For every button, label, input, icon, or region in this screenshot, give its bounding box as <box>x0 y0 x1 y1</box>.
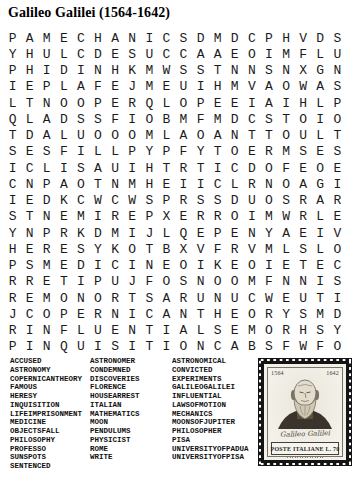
grid-cell: I <box>124 339 141 355</box>
grid-cell: I <box>192 176 209 192</box>
grid-cell: M <box>312 306 329 322</box>
grid-cell: R <box>295 209 312 225</box>
word-item: ACCUSED <box>10 357 82 366</box>
grid-cell: F <box>175 144 192 160</box>
grid-cell: A <box>260 95 277 111</box>
grid-cell: S <box>107 339 124 355</box>
grid-cell: P <box>38 79 55 95</box>
grid-cell: N <box>38 209 55 225</box>
grid-cell: P <box>141 209 158 225</box>
grid-cell: N <box>38 95 55 111</box>
grid-cell: S <box>89 111 106 127</box>
word-item: FAMOUS <box>10 383 82 392</box>
grid-cell: E <box>107 95 124 111</box>
grid-cell: R <box>329 193 346 209</box>
grid-cell: A <box>175 128 192 144</box>
grid-cell: W <box>295 339 312 355</box>
word-item: ASTRONOMY <box>10 366 82 375</box>
grid-cell: D <box>243 160 260 176</box>
grid-cell: Q <box>55 339 72 355</box>
grid-cell: S <box>209 193 226 209</box>
grid-cell: I <box>243 209 260 225</box>
grid-cell: C <box>4 176 21 192</box>
grid-cell: O <box>158 274 175 290</box>
grid-cell: L <box>89 144 106 160</box>
grid-cell: E <box>21 241 38 257</box>
grid-cell: T <box>141 339 158 355</box>
grid-cell: B <box>243 339 260 355</box>
grid-cell: N <box>175 306 192 322</box>
grid-cell: E <box>55 258 72 274</box>
grid-cell: O <box>329 339 346 355</box>
grid-cell: U <box>243 193 260 209</box>
grid-cell: S <box>329 144 346 160</box>
grid-cell: U <box>72 128 89 144</box>
grid-cell: P <box>124 144 141 160</box>
grid-cell: S <box>329 274 346 290</box>
grid-cell: S <box>192 193 209 209</box>
word-item: UNIVERSITYOFPISA <box>172 453 249 462</box>
grid-cell: O <box>38 306 55 322</box>
grid-cell: P <box>4 258 21 274</box>
grid-cell: L <box>55 128 72 144</box>
grid-cell: I <box>329 290 346 306</box>
grid-cell: J <box>124 79 141 95</box>
grid-cell: V <box>192 241 209 257</box>
grid-cell: Y <box>329 323 346 339</box>
grid-cell: A <box>278 225 295 241</box>
grid-cell: I <box>312 111 329 127</box>
grid-cell: T <box>192 160 209 176</box>
grid-cell: I <box>260 258 277 274</box>
grid-cell: E <box>175 209 192 225</box>
grid-cell: N <box>243 225 260 241</box>
grid-cell: E <box>107 323 124 339</box>
grid-cell: H <box>21 63 38 79</box>
grid-cell: I <box>243 95 260 111</box>
grid-cell: Y <box>260 225 277 241</box>
grid-cell: J <box>141 225 158 241</box>
grid-cell: D <box>72 258 89 274</box>
grid-cell: I <box>21 323 38 339</box>
grid-cell: D <box>226 193 243 209</box>
grid-cell: T <box>21 95 38 111</box>
grid-cell: P <box>260 30 277 46</box>
grid-cell: L <box>107 144 124 160</box>
grid-cell: L <box>312 241 329 257</box>
grid-cell: I <box>124 258 141 274</box>
grid-cell: T <box>141 323 158 339</box>
grid-cell: P <box>89 274 106 290</box>
grid-cell: O <box>278 128 295 144</box>
word-item: ROME <box>90 445 140 454</box>
grid-cell: H <box>89 30 106 46</box>
grid-cell: N <box>38 323 55 339</box>
grid-cell: E <box>21 144 38 160</box>
grid-cell: S <box>21 258 38 274</box>
word-item: PHYSICIST <box>90 436 140 445</box>
grid-cell: J <box>4 306 21 322</box>
grid-cell: A <box>72 79 89 95</box>
word-item: MOON <box>90 418 140 427</box>
grid-cell: M <box>38 30 55 46</box>
grid-cell: L <box>72 323 89 339</box>
grid-cell: R <box>124 95 141 111</box>
grid-cell: S <box>175 30 192 46</box>
grid-cell: P <box>38 225 55 241</box>
grid-cell: C <box>243 30 260 46</box>
grid-cell: W <box>124 193 141 209</box>
grid-cell: H <box>278 30 295 46</box>
grid-cell: R <box>175 160 192 176</box>
grid-cell: E <box>226 323 243 339</box>
worksheet: Galileo Galilei (1564-1642) PAMECHANICSD… <box>0 0 354 500</box>
grid-cell: S <box>4 144 21 160</box>
grid-cell: M <box>260 209 277 225</box>
grid-cell: H <box>4 241 21 257</box>
word-item: CONVICTED <box>172 366 249 375</box>
grid-cell: D <box>55 111 72 127</box>
grid-cell: C <box>158 46 175 62</box>
stamp-perforation-bottom <box>259 462 351 466</box>
grid-cell: P <box>158 193 175 209</box>
grid-cell: M <box>124 176 141 192</box>
grid-cell: O <box>209 274 226 290</box>
grid-cell: A <box>312 79 329 95</box>
grid-cell: E <box>226 95 243 111</box>
grid-cell: E <box>226 225 243 241</box>
grid-cell: E <box>295 225 312 241</box>
galileo-stamp: 1564 1642 Galileo Galilei POSTE ITALIANE… <box>258 358 352 466</box>
stamp-perforation-top <box>259 358 351 362</box>
word-item: MATHEMATICS <box>90 410 140 419</box>
word-item: DISCOVERIES <box>90 375 140 384</box>
grid-cell: X <box>295 63 312 79</box>
word-item: LAWSOFMOTION <box>172 401 249 410</box>
grid-cell: S <box>4 209 21 225</box>
grid-cell: T <box>192 306 209 322</box>
grid-cell: E <box>124 209 141 225</box>
grid-cell: O <box>72 176 89 192</box>
grid-cell: I <box>124 111 141 127</box>
grid-cell: A <box>89 160 106 176</box>
grid-cell: E <box>21 193 38 209</box>
grid-cell: O <box>312 160 329 176</box>
grid-cell: F <box>260 274 277 290</box>
grid-cell: M <box>38 258 55 274</box>
grid-cell: O <box>260 160 277 176</box>
grid-cell: L <box>312 95 329 111</box>
grid-cell: X <box>158 209 175 225</box>
grid-cell: S <box>72 160 89 176</box>
grid-cell: L <box>278 241 295 257</box>
grid-cell: E <box>209 95 226 111</box>
grid-cell: O <box>226 209 243 225</box>
grid-cell: D <box>89 225 106 241</box>
grid-cell: L <box>158 95 175 111</box>
grid-cell: S <box>175 63 192 79</box>
grid-cell: S <box>295 306 312 322</box>
grid-cell: P <box>55 306 72 322</box>
word-item: PISA <box>172 436 249 445</box>
grid-cell: E <box>226 46 243 62</box>
grid-cell: E <box>55 241 72 257</box>
word-item: EXPERIMENTS <box>172 375 249 384</box>
grid-cell: R <box>107 290 124 306</box>
grid-cell: O <box>72 95 89 111</box>
grid-cell: R <box>260 306 277 322</box>
grid-cell: C <box>209 339 226 355</box>
grid-cell: T <box>141 241 158 257</box>
grid-cell: V <box>243 241 260 257</box>
grid-cell: M <box>72 209 89 225</box>
grid-cell: S <box>141 193 158 209</box>
grid-cell: E <box>192 225 209 241</box>
grid-cell: I <box>4 160 21 176</box>
grid-cell: S <box>329 30 346 46</box>
grid-cell: D <box>21 128 38 144</box>
grid-cell: O <box>243 306 260 322</box>
grid-cell: I <box>192 258 209 274</box>
grid-cell: S <box>312 323 329 339</box>
grid-cell: R <box>107 209 124 225</box>
grid-cell: U <box>192 290 209 306</box>
grid-cell: N <box>278 274 295 290</box>
grid-cell: O <box>175 95 192 111</box>
grid-cell: U <box>329 46 346 62</box>
grid-cell: S <box>124 46 141 62</box>
grid-cell: N <box>295 274 312 290</box>
grid-cell: T <box>260 128 277 144</box>
word-item: UNIVERSITYOFPADUA <box>172 445 249 454</box>
grid-cell: M <box>260 241 277 257</box>
grid-cell: S <box>329 79 346 95</box>
grid-cell: O <box>295 111 312 127</box>
grid-cell: R <box>295 193 312 209</box>
grid-cell: V <box>243 79 260 95</box>
word-item: HOUSEARREST <box>90 392 140 401</box>
word-item: WRITE <box>90 453 140 462</box>
grid-cell: L <box>4 95 21 111</box>
grid-cell: W <box>89 193 106 209</box>
grid-cell: E <box>107 46 124 62</box>
grid-cell: C <box>329 258 346 274</box>
grid-cell: K <box>124 63 141 79</box>
grid-cell: S <box>260 339 277 355</box>
grid-cell: Y <box>192 144 209 160</box>
grid-cell: H <box>295 323 312 339</box>
grid-cell: R <box>226 241 243 257</box>
grid-cell: C <box>72 193 89 209</box>
grid-cell: U <box>175 79 192 95</box>
grid-cell: E <box>72 306 89 322</box>
word-item: OBJECTSFALL <box>10 427 82 436</box>
grid-cell: T <box>4 128 21 144</box>
grid-cell: A <box>175 323 192 339</box>
grid-cell: H <box>295 95 312 111</box>
grid-cell: F <box>192 111 209 127</box>
grid-cell: K <box>72 225 89 241</box>
word-item: PHILOSOPHY <box>10 436 82 445</box>
grid-cell: U <box>38 46 55 62</box>
grid-cell: C <box>107 258 124 274</box>
galileo-portrait-icon <box>270 373 340 429</box>
grid-cell: F <box>107 111 124 127</box>
grid-cell: T <box>158 160 175 176</box>
grid-cell: F <box>89 79 106 95</box>
grid-cell: U <box>72 339 89 355</box>
word-item: PROFESSO <box>10 445 82 454</box>
grid-cell: I <box>4 79 21 95</box>
grid-cell: R <box>4 274 21 290</box>
grid-cell: O <box>124 128 141 144</box>
stamp-perforation-left <box>258 359 262 465</box>
grid-cell: A <box>21 30 38 46</box>
word-item: CONDEMNED <box>90 366 140 375</box>
grid-cell: A <box>38 128 55 144</box>
grid-cell: O <box>329 241 346 257</box>
grid-cell: N <box>226 63 243 79</box>
grid-cell: A <box>158 290 175 306</box>
grid-cell: C <box>175 46 192 62</box>
word-list-column-1: ACCUSEDASTRONOMYCOPERNICANTHEORYFAMOUSHE… <box>10 357 82 471</box>
word-list-column-2: ASTRONOMERCONDEMNEDDISCOVERIESFLORENCEHO… <box>90 357 140 462</box>
word-item: PENDULUMS <box>90 427 140 436</box>
grid-cell: S <box>38 144 55 160</box>
grid-cell: H <box>107 63 124 79</box>
grid-cell: I <box>89 258 106 274</box>
grid-cell: E <box>38 274 55 290</box>
grid-cell: E <box>158 79 175 95</box>
word-item: ASTRONOMER <box>90 357 140 366</box>
grid-cell: K <box>55 193 72 209</box>
grid-cell: P <box>38 176 55 192</box>
grid-cell: F <box>209 241 226 257</box>
grid-cell: C <box>21 306 38 322</box>
grid-cell: N <box>209 290 226 306</box>
grid-cell: W <box>278 209 295 225</box>
word-item: PHILOSOPHER <box>172 427 249 436</box>
grid-cell: P <box>4 63 21 79</box>
grid-cell: W <box>295 79 312 95</box>
grid-cell: C <box>209 176 226 192</box>
grid-cell: T <box>312 290 329 306</box>
grid-cell: S <box>141 290 158 306</box>
grid-cell: U <box>89 323 106 339</box>
stamp-inscription: POSTE ITALIANE L. 70 <box>271 442 339 455</box>
grid-cell: A <box>295 176 312 192</box>
grid-cell: O <box>192 128 209 144</box>
grid-cell: R <box>278 323 295 339</box>
grid-cell: I <box>312 225 329 241</box>
word-item: INQUISITION <box>10 401 82 410</box>
grid-cell: E <box>329 209 346 225</box>
grid-cell: E <box>329 160 346 176</box>
grid-cell: F <box>55 144 72 160</box>
grid-cell: C <box>21 160 38 176</box>
grid-cell: I <box>124 306 141 322</box>
grid-cell: Y <box>4 46 21 62</box>
stamp-microtext <box>287 457 323 459</box>
grid-cell: M <box>226 79 243 95</box>
grid-cell: S <box>72 111 89 127</box>
grid-cell: F <box>55 323 72 339</box>
grid-cell: E <box>295 160 312 176</box>
grid-cell: S <box>72 241 89 257</box>
grid-cell: R <box>55 225 72 241</box>
grid-cell: O <box>175 339 192 355</box>
grid-cell: K <box>107 241 124 257</box>
grid-cell: L <box>312 46 329 62</box>
grid-cell: U <box>141 46 158 62</box>
grid-cell: I <box>175 176 192 192</box>
grid-cell: I <box>260 46 277 62</box>
grid-cell: P <box>89 95 106 111</box>
grid-cell: I <box>329 176 346 192</box>
word-list-column-3: ASTRONOMICALCONVICTEDEXPERIMENTSGALILEOG… <box>172 357 249 462</box>
grid-cell: R <box>260 144 277 160</box>
grid-cell: D <box>89 46 106 62</box>
grid-cell: T <box>329 128 346 144</box>
grid-cell: N <box>107 306 124 322</box>
grid-cell: E <box>312 258 329 274</box>
grid-cell: Y <box>278 306 295 322</box>
grid-cell: Y <box>89 241 106 257</box>
grid-cell: I <box>72 63 89 79</box>
grid-cell: O <box>89 128 106 144</box>
stamp-perforation-right <box>348 359 352 465</box>
grid-cell: I <box>312 274 329 290</box>
grid-cell: R <box>243 176 260 192</box>
word-item: MECHANICS <box>172 410 249 419</box>
grid-cell: E <box>55 30 72 46</box>
grid-cell: N <box>192 274 209 290</box>
grid-cell: G <box>312 176 329 192</box>
word-item: INFLUENTIAL <box>172 392 249 401</box>
grid-cell: I <box>124 225 141 241</box>
grid-cell: A <box>38 111 55 127</box>
grid-cell: M <box>278 46 295 62</box>
grid-cell: L <box>55 79 72 95</box>
grid-cell: E <box>21 290 38 306</box>
grid-cell: S <box>295 241 312 257</box>
grid-cell: I <box>192 79 209 95</box>
grid-cell: Q <box>175 225 192 241</box>
grid-cell: Y <box>141 144 158 160</box>
grid-cell: M <box>278 144 295 160</box>
grid-cell: S <box>209 323 226 339</box>
grid-cell: O <box>107 128 124 144</box>
grid-cell: V <box>295 30 312 46</box>
grid-cell: O <box>329 111 346 127</box>
grid-cell: L <box>21 111 38 127</box>
grid-cell: O <box>141 111 158 127</box>
grid-cell: R <box>89 306 106 322</box>
grid-cell: W <box>158 63 175 79</box>
grid-cell: O <box>55 290 72 306</box>
grid-cell: I <box>278 95 295 111</box>
grid-cell: Q <box>4 111 21 127</box>
grid-cell: L <box>192 323 209 339</box>
grid-cell: N <box>38 339 55 355</box>
grid-cell: Y <box>4 225 21 241</box>
grid-cell: P <box>209 225 226 241</box>
grid-cell: D <box>226 111 243 127</box>
word-item: SUNSPOTS <box>10 453 82 462</box>
grid-cell: P <box>329 95 346 111</box>
grid-cell: I <box>21 339 38 355</box>
grid-cell: A <box>209 128 226 144</box>
